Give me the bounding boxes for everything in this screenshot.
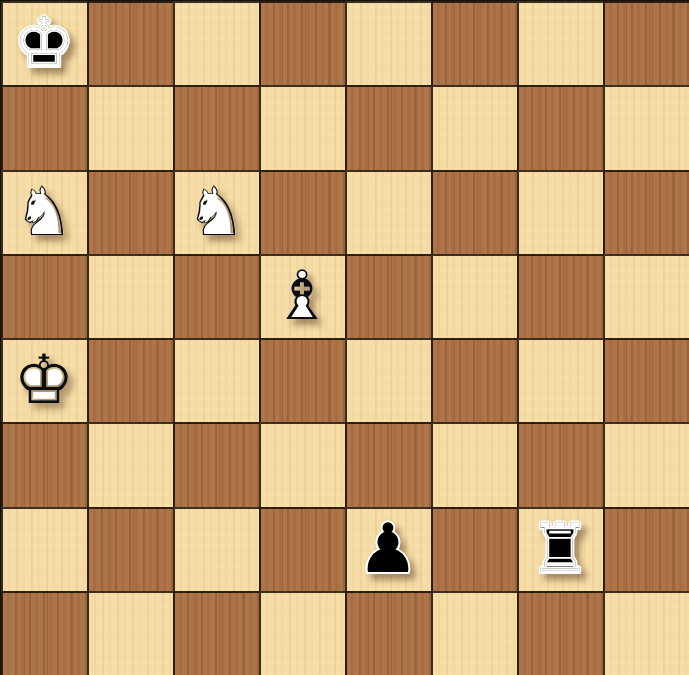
square-a4[interactable]: ♚♔ <box>1 338 87 422</box>
white-king-piece[interactable]: ♚♔ <box>8 342 80 418</box>
square-b6[interactable] <box>87 170 173 254</box>
square-e8[interactable] <box>345 1 431 85</box>
square-f8[interactable] <box>431 1 517 85</box>
square-f1[interactable] <box>431 591 517 675</box>
square-g5[interactable] <box>517 254 603 338</box>
square-d3[interactable] <box>259 422 345 506</box>
square-h3[interactable] <box>603 422 689 506</box>
square-h8[interactable] <box>603 1 689 85</box>
square-e2[interactable]: ♟ <box>345 507 431 591</box>
square-b3[interactable] <box>87 422 173 506</box>
square-f5[interactable] <box>431 254 517 338</box>
square-g3[interactable] <box>517 422 603 506</box>
white-knight-piece[interactable]: ♞♘ <box>8 174 80 250</box>
square-g4[interactable] <box>517 338 603 422</box>
piece-outline-glyph: ♖ <box>524 511 596 587</box>
square-b8[interactable] <box>87 1 173 85</box>
square-d8[interactable] <box>259 1 345 85</box>
square-g1[interactable] <box>517 591 603 675</box>
square-a5[interactable] <box>1 254 87 338</box>
square-e1[interactable] <box>345 591 431 675</box>
piece-outline-glyph: ♘ <box>180 174 252 250</box>
piece-outline-glyph: ♔ <box>8 5 80 81</box>
black-pawn-piece[interactable]: ♟ <box>352 511 424 587</box>
square-e4[interactable] <box>345 338 431 422</box>
white-bishop-piece[interactable]: ♝♗ <box>266 258 338 334</box>
square-c7[interactable] <box>173 85 259 169</box>
chess-board: ♚♔♞♘♞♘♝♗♚♔♟♜♖ <box>0 0 689 675</box>
square-b1[interactable] <box>87 591 173 675</box>
square-b2[interactable] <box>87 507 173 591</box>
square-d4[interactable] <box>259 338 345 422</box>
square-h2[interactable] <box>603 507 689 591</box>
square-a3[interactable] <box>1 422 87 506</box>
piece-glyph: ♟ <box>352 511 424 587</box>
square-e6[interactable] <box>345 170 431 254</box>
square-d1[interactable] <box>259 591 345 675</box>
square-a2[interactable] <box>1 507 87 591</box>
piece-outline-glyph: ♔ <box>8 342 80 418</box>
square-f6[interactable] <box>431 170 517 254</box>
square-h6[interactable] <box>603 170 689 254</box>
square-c5[interactable] <box>173 254 259 338</box>
piece-outline-glyph: ♗ <box>266 258 338 334</box>
square-d5[interactable]: ♝♗ <box>259 254 345 338</box>
square-b4[interactable] <box>87 338 173 422</box>
black-rook-piece[interactable]: ♜♖ <box>524 511 596 587</box>
square-g2[interactable]: ♜♖ <box>517 507 603 591</box>
black-king-piece[interactable]: ♚♔ <box>8 5 80 81</box>
square-g6[interactable] <box>517 170 603 254</box>
square-h7[interactable] <box>603 85 689 169</box>
square-e3[interactable] <box>345 422 431 506</box>
square-d7[interactable] <box>259 85 345 169</box>
square-b5[interactable] <box>87 254 173 338</box>
square-f7[interactable] <box>431 85 517 169</box>
square-c4[interactable] <box>173 338 259 422</box>
square-d6[interactable] <box>259 170 345 254</box>
square-e5[interactable] <box>345 254 431 338</box>
square-c2[interactable] <box>173 507 259 591</box>
square-g7[interactable] <box>517 85 603 169</box>
square-c1[interactable] <box>173 591 259 675</box>
square-e7[interactable] <box>345 85 431 169</box>
piece-outline-glyph: ♘ <box>8 174 80 250</box>
square-h4[interactable] <box>603 338 689 422</box>
square-f3[interactable] <box>431 422 517 506</box>
square-a7[interactable] <box>1 85 87 169</box>
square-a8[interactable]: ♚♔ <box>1 1 87 85</box>
square-c3[interactable] <box>173 422 259 506</box>
square-f4[interactable] <box>431 338 517 422</box>
square-a1[interactable] <box>1 591 87 675</box>
chess-board-container: ♚♔♞♘♞♘♝♗♚♔♟♜♖ <box>0 0 689 675</box>
white-knight-piece[interactable]: ♞♘ <box>180 174 252 250</box>
square-b7[interactable] <box>87 85 173 169</box>
square-d2[interactable] <box>259 507 345 591</box>
square-a6[interactable]: ♞♘ <box>1 170 87 254</box>
square-c8[interactable] <box>173 1 259 85</box>
square-h5[interactable] <box>603 254 689 338</box>
square-f2[interactable] <box>431 507 517 591</box>
square-g8[interactable] <box>517 1 603 85</box>
square-c6[interactable]: ♞♘ <box>173 170 259 254</box>
square-h1[interactable] <box>603 591 689 675</box>
